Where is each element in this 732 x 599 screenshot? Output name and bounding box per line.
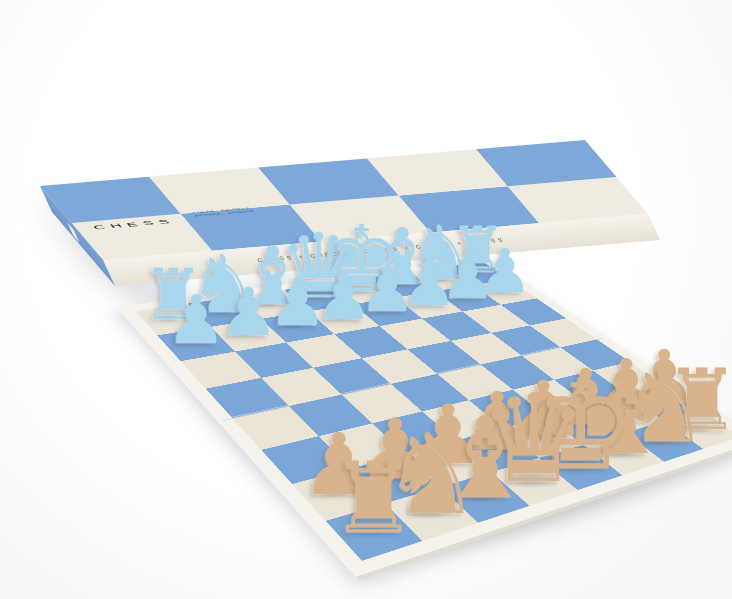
chess-board (116, 256, 732, 577)
chess-set-product-photo: CHESS CHESS · AJEDREZ SCHACK · ÉCHECS CH… (0, 0, 732, 599)
chess-board-squares (135, 261, 732, 560)
